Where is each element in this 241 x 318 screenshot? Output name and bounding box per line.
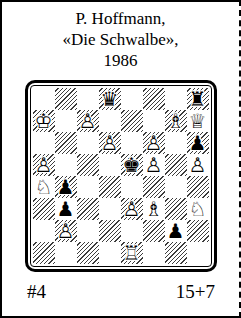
piece-glyph: ♙ bbox=[143, 132, 165, 154]
piece-wP-f6: ♟♙ bbox=[143, 132, 165, 154]
square-h8: ♜♜ bbox=[187, 88, 209, 110]
square-f7 bbox=[143, 110, 165, 132]
square-h7: ♛♕ bbox=[187, 110, 209, 132]
square-e5: ♚♚ bbox=[121, 154, 143, 176]
piece-bP-g2: ♟♟ bbox=[165, 220, 187, 242]
board-frame: ♛♛♜♜♚♔♟♙♝♗♛♕♟♙♟♙♟♟♟♙♚♚♟♙♟♙♞♘♟♟♟♟♟♙♝♗♞♘♟♙… bbox=[25, 80, 217, 272]
square-h2 bbox=[187, 220, 209, 242]
square-d4 bbox=[99, 176, 121, 198]
piece-glyph: ♟ bbox=[55, 198, 77, 220]
square-d6: ♟♙ bbox=[99, 132, 121, 154]
piece-glyph: ♗ bbox=[165, 110, 187, 132]
square-c2 bbox=[77, 220, 99, 242]
piece-bR-h8: ♜♜ bbox=[187, 88, 209, 110]
square-d2 bbox=[99, 220, 121, 242]
square-e4 bbox=[121, 176, 143, 198]
piece-glyph: ♘ bbox=[33, 176, 55, 198]
square-h1 bbox=[187, 242, 209, 264]
square-c4 bbox=[77, 176, 99, 198]
square-e1: ♜♖ bbox=[121, 242, 143, 264]
square-g1 bbox=[165, 242, 187, 264]
piece-glyph: ♜ bbox=[187, 88, 209, 110]
piece-glyph: ♛ bbox=[99, 88, 121, 110]
square-f5: ♟♙ bbox=[143, 154, 165, 176]
piece-glyph: ♙ bbox=[187, 154, 209, 176]
square-b6 bbox=[55, 132, 77, 154]
square-f4 bbox=[143, 176, 165, 198]
square-d5 bbox=[99, 154, 121, 176]
board-inner-border: ♛♛♜♜♚♔♟♙♝♗♛♕♟♙♟♙♟♟♟♙♚♚♟♙♟♙♞♘♟♟♟♟♟♙♝♗♞♘♟♙… bbox=[30, 85, 212, 267]
square-g6 bbox=[165, 132, 187, 154]
square-a7: ♚♔ bbox=[33, 110, 55, 132]
square-a5: ♟♙ bbox=[33, 154, 55, 176]
piece-bP-b3: ♟♟ bbox=[55, 198, 77, 220]
piece-wP-h5: ♟♙ bbox=[187, 154, 209, 176]
square-b1 bbox=[55, 242, 77, 264]
author: P. Hoffmann, bbox=[2, 8, 239, 29]
square-c3 bbox=[77, 198, 99, 220]
square-h4 bbox=[187, 176, 209, 198]
square-a3 bbox=[33, 198, 55, 220]
square-b7 bbox=[55, 110, 77, 132]
square-a2 bbox=[33, 220, 55, 242]
square-a1 bbox=[33, 242, 55, 264]
square-g2: ♟♟ bbox=[165, 220, 187, 242]
piece-count: 15+7 bbox=[176, 281, 215, 303]
piece-glyph: ♙ bbox=[99, 132, 121, 154]
square-b2: ♟♙ bbox=[55, 220, 77, 242]
square-a8 bbox=[33, 88, 55, 110]
source: «Die Schwalbe», bbox=[2, 29, 239, 50]
caption-row: #4 15+7 bbox=[2, 281, 239, 303]
square-b8 bbox=[55, 88, 77, 110]
piece-glyph: ♙ bbox=[121, 198, 143, 220]
piece-glyph: ♙ bbox=[143, 154, 165, 176]
square-e3: ♟♙ bbox=[121, 198, 143, 220]
piece-wB-g7: ♝♗ bbox=[165, 110, 187, 132]
square-c6 bbox=[77, 132, 99, 154]
square-f1 bbox=[143, 242, 165, 264]
piece-wP-c7: ♟♙ bbox=[77, 110, 99, 132]
square-f3: ♝♗ bbox=[143, 198, 165, 220]
piece-bP-h6: ♟♟ bbox=[187, 132, 209, 154]
chess-board: ♛♛♜♜♚♔♟♙♝♗♛♕♟♙♟♙♟♟♟♙♚♚♟♙♟♙♞♘♟♟♟♟♟♙♝♗♞♘♟♙… bbox=[33, 88, 209, 264]
square-d1 bbox=[99, 242, 121, 264]
square-b3: ♟♟ bbox=[55, 198, 77, 220]
square-f2 bbox=[143, 220, 165, 242]
piece-wN-h3: ♞♘ bbox=[187, 198, 209, 220]
square-g7: ♝♗ bbox=[165, 110, 187, 132]
square-c5 bbox=[77, 154, 99, 176]
square-d7 bbox=[99, 110, 121, 132]
square-h5: ♟♙ bbox=[187, 154, 209, 176]
piece-wP-f5: ♟♙ bbox=[143, 154, 165, 176]
square-e8 bbox=[121, 88, 143, 110]
piece-bQ-d8: ♛♛ bbox=[99, 88, 121, 110]
piece-glyph: ♖ bbox=[121, 242, 143, 264]
piece-wQ-h7: ♛♕ bbox=[187, 110, 209, 132]
piece-glyph: ♗ bbox=[143, 198, 165, 220]
square-g8 bbox=[165, 88, 187, 110]
piece-bK-e5: ♚♚ bbox=[121, 154, 143, 176]
piece-glyph: ♚ bbox=[121, 154, 143, 176]
piece-glyph: ♙ bbox=[77, 110, 99, 132]
piece-glyph: ♙ bbox=[33, 154, 55, 176]
piece-glyph: ♘ bbox=[187, 198, 209, 220]
square-e6 bbox=[121, 132, 143, 154]
square-d3 bbox=[99, 198, 121, 220]
piece-glyph: ♟ bbox=[55, 176, 77, 198]
square-h3: ♞♘ bbox=[187, 198, 209, 220]
piece-wR-e1: ♜♖ bbox=[121, 242, 143, 264]
piece-wB-f3: ♝♗ bbox=[143, 198, 165, 220]
piece-glyph: ♕ bbox=[187, 110, 209, 132]
square-c7: ♟♙ bbox=[77, 110, 99, 132]
year: 1986 bbox=[2, 50, 239, 71]
piece-bP-b4: ♟♟ bbox=[55, 176, 77, 198]
piece-glyph: ♟ bbox=[165, 220, 187, 242]
square-b5 bbox=[55, 154, 77, 176]
square-g3 bbox=[165, 198, 187, 220]
piece-wP-e3: ♟♙ bbox=[121, 198, 143, 220]
square-d8: ♛♛ bbox=[99, 88, 121, 110]
piece-wP-a5: ♟♙ bbox=[33, 154, 55, 176]
square-h6: ♟♟ bbox=[187, 132, 209, 154]
piece-wK-a7: ♚♔ bbox=[33, 110, 55, 132]
square-g5 bbox=[165, 154, 187, 176]
piece-wN-a4: ♞♘ bbox=[33, 176, 55, 198]
square-f8 bbox=[143, 88, 165, 110]
stipulation: #4 bbox=[27, 281, 46, 303]
piece-glyph: ♔ bbox=[33, 110, 55, 132]
square-c8 bbox=[77, 88, 99, 110]
square-e2 bbox=[121, 220, 143, 242]
problem-header: P. Hoffmann, «Die Schwalbe», 1986 bbox=[2, 8, 239, 71]
piece-glyph: ♟ bbox=[187, 132, 209, 154]
square-a6 bbox=[33, 132, 55, 154]
square-a4: ♞♘ bbox=[33, 176, 55, 198]
square-c1 bbox=[77, 242, 99, 264]
piece-glyph: ♙ bbox=[55, 220, 77, 242]
piece-wP-d6: ♟♙ bbox=[99, 132, 121, 154]
square-e7 bbox=[121, 110, 143, 132]
square-g4 bbox=[165, 176, 187, 198]
square-f6: ♟♙ bbox=[143, 132, 165, 154]
piece-wP-b2: ♟♙ bbox=[55, 220, 77, 242]
square-b4: ♟♟ bbox=[55, 176, 77, 198]
